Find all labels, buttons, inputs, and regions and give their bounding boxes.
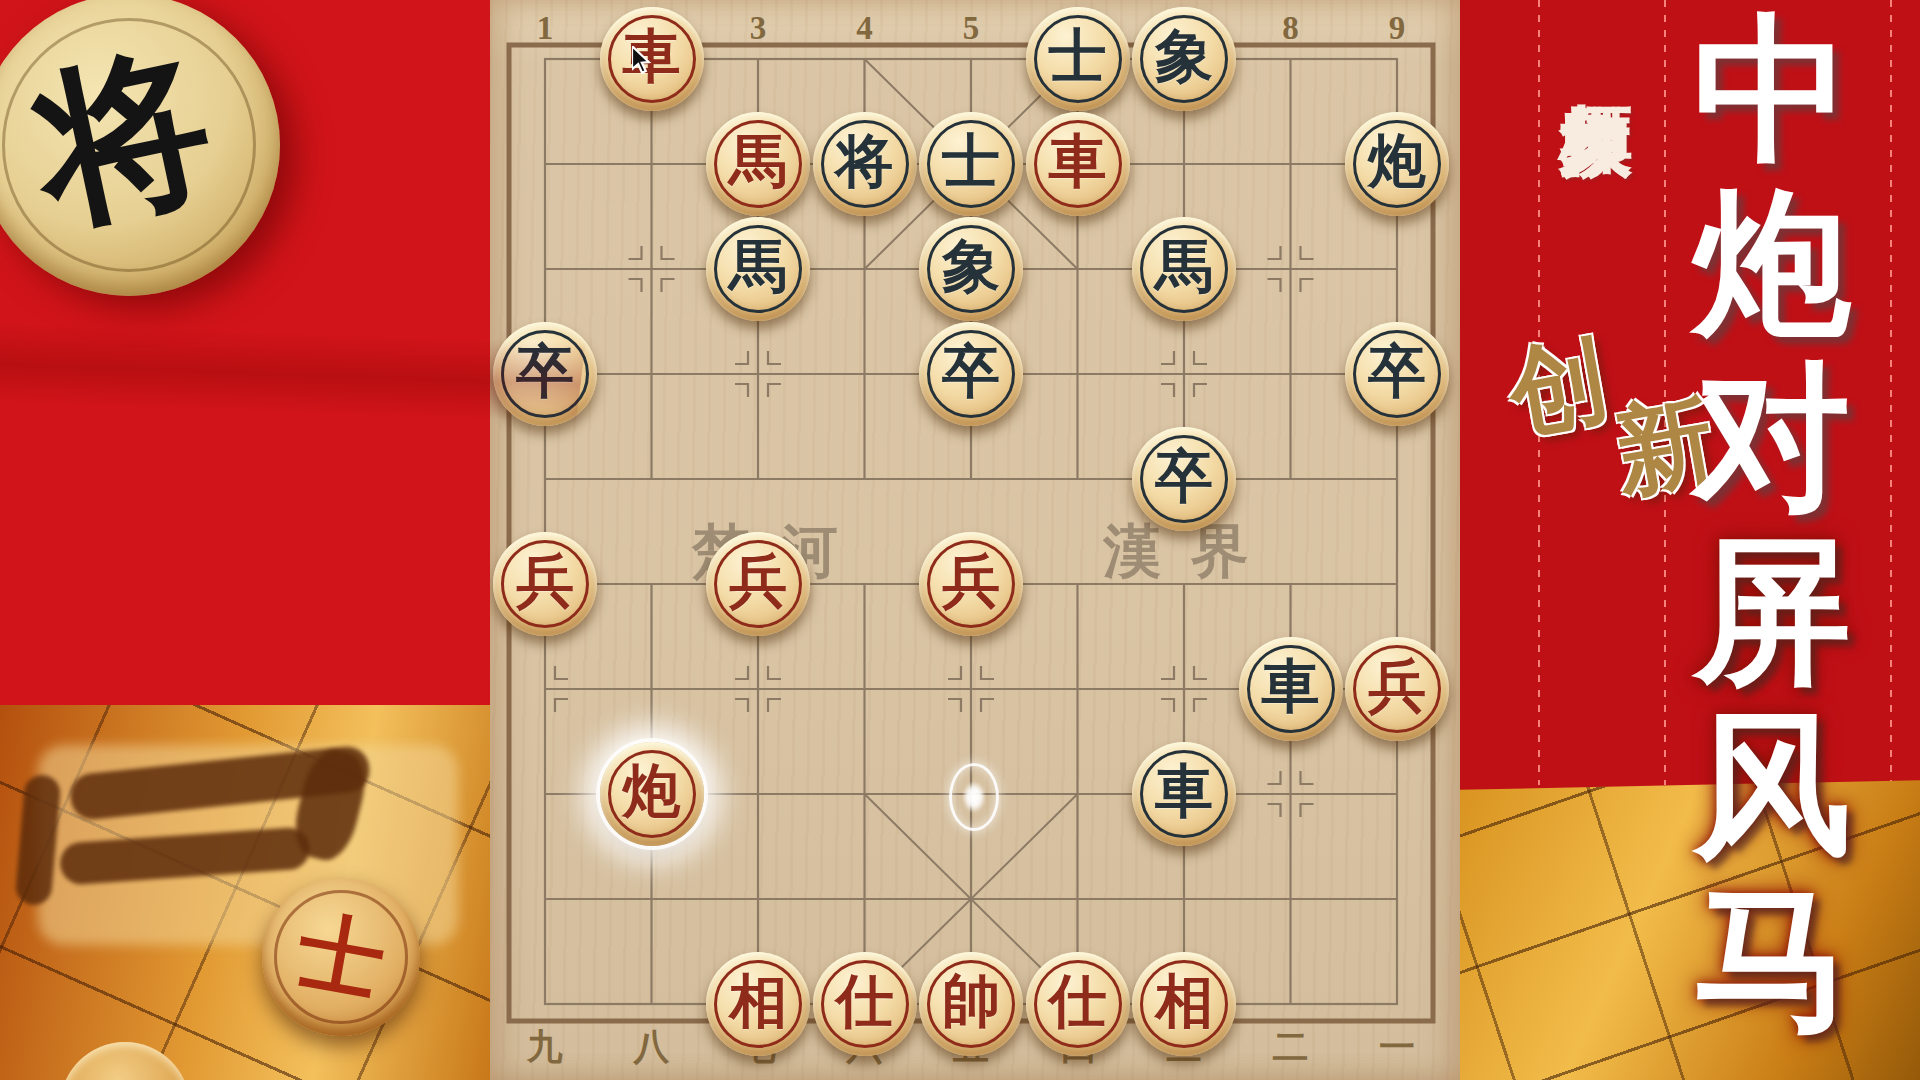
piece-red-pawn-f5r5[interactable]: 兵 bbox=[919, 532, 1023, 636]
piece-char: 仕 bbox=[836, 963, 894, 1041]
piece-char: 卒 bbox=[1155, 438, 1213, 516]
piece-char: 卒 bbox=[942, 333, 1000, 411]
piece-char: 馬 bbox=[729, 123, 787, 201]
piece-char: 帥 bbox=[942, 963, 1000, 1041]
piece-black-chariot-f8r6[interactable]: 車 bbox=[1239, 637, 1343, 741]
piece-black-cannon-f9r1[interactable]: 炮 bbox=[1345, 112, 1449, 216]
piece-char: 炮 bbox=[1368, 123, 1426, 201]
piece-black-pawn-f7r4[interactable]: 卒 bbox=[1132, 427, 1236, 531]
piece-char: 馬 bbox=[1155, 228, 1213, 306]
piece-char: 卒 bbox=[1368, 333, 1426, 411]
photo-general-piece: 将 bbox=[0, 0, 280, 296]
photo-carved-board: 士 bbox=[0, 705, 490, 1080]
mouse-cursor bbox=[632, 46, 658, 76]
piece-black-pawn-f5r3[interactable]: 卒 bbox=[919, 322, 1023, 426]
piece-red-cannon-f2r7[interactable]: 炮 bbox=[600, 742, 704, 846]
piece-char: 兵 bbox=[729, 543, 787, 621]
piece-black-chariot-f7r7[interactable]: 車 bbox=[1132, 742, 1236, 846]
left-banner-panel: 将 士 bbox=[0, 0, 490, 1080]
top-file-label-5: 5 bbox=[963, 10, 980, 47]
piece-red-general-f5r9[interactable]: 帥 bbox=[919, 952, 1023, 1056]
top-file-label-3: 3 bbox=[750, 10, 767, 47]
move-target-indicator[interactable] bbox=[949, 763, 999, 831]
bottom-file-label-8: 二 bbox=[1273, 1023, 1309, 1072]
top-file-label-8: 8 bbox=[1282, 10, 1299, 47]
piece-red-elephant-f7r9[interactable]: 相 bbox=[1132, 952, 1236, 1056]
main-title-vertical: 中炮对屏风马 bbox=[1622, 10, 1920, 1038]
piece-char: 車 bbox=[1155, 753, 1213, 831]
piece-char: 兵 bbox=[1368, 648, 1426, 726]
piece-red-chariot-f6r1[interactable]: 車 bbox=[1026, 112, 1130, 216]
piece-black-general-f4r1[interactable]: 将 bbox=[813, 112, 917, 216]
piece-char: 炮 bbox=[623, 753, 681, 831]
piece-char: 馬 bbox=[729, 228, 787, 306]
title-char-1: 中 bbox=[1693, 10, 1851, 168]
piece-red-advisor-f4r9[interactable]: 仕 bbox=[813, 952, 917, 1056]
piece-black-elephant-f7r0[interactable]: 象 bbox=[1132, 7, 1236, 111]
piece-char: 相 bbox=[729, 963, 787, 1041]
piece-char: 相 bbox=[1155, 963, 1213, 1041]
bottom-file-label-2: 八 bbox=[634, 1023, 670, 1072]
piece-black-elephant-f5r2[interactable]: 象 bbox=[919, 217, 1023, 321]
title-char-6: 马 bbox=[1693, 880, 1851, 1038]
piece-black-advisor-f6r0[interactable]: 士 bbox=[1026, 7, 1130, 111]
piece-char: 車 bbox=[1049, 123, 1107, 201]
photo-general-char: 将 bbox=[16, 9, 232, 272]
piece-black-advisor-f5r1[interactable]: 士 bbox=[919, 112, 1023, 216]
bottom-file-label-1: 九 bbox=[527, 1023, 563, 1072]
title-char-5: 风 bbox=[1693, 706, 1851, 864]
piece-black-horse-f7r2[interactable]: 馬 bbox=[1132, 217, 1236, 321]
photo-advisor-char: 士 bbox=[288, 892, 393, 1022]
piece-red-pawn-f9r6[interactable]: 兵 bbox=[1345, 637, 1449, 741]
piece-black-pawn-f9r3[interactable]: 卒 bbox=[1345, 322, 1449, 426]
photo-advisor-piece: 士 bbox=[262, 878, 420, 1036]
piece-black-horse-f3r2[interactable]: 馬 bbox=[706, 217, 810, 321]
piece-red-elephant-f3r9[interactable]: 相 bbox=[706, 952, 810, 1056]
app-window: 123456789九八七六五四三二一 楚河 漢界 車士象馬将士車炮馬象馬卒卒卒卒… bbox=[0, 0, 1920, 1080]
top-file-label-1: 1 bbox=[537, 10, 554, 47]
title-char-2: 炮 bbox=[1693, 184, 1851, 342]
piece-char: 車 bbox=[1262, 648, 1320, 726]
piece-char: 象 bbox=[942, 228, 1000, 306]
title-char-4: 屏 bbox=[1693, 532, 1851, 690]
piece-red-pawn-f3r5[interactable]: 兵 bbox=[706, 532, 810, 636]
piece-char: 士 bbox=[942, 123, 1000, 201]
bottom-file-label-9: 一 bbox=[1379, 1023, 1415, 1072]
piece-char: 仕 bbox=[1049, 963, 1107, 1041]
piece-red-advisor-f6r9[interactable]: 仕 bbox=[1026, 952, 1130, 1056]
piece-char: 兵 bbox=[942, 543, 1000, 621]
top-file-label-4: 4 bbox=[856, 10, 873, 47]
piece-char: 将 bbox=[836, 123, 894, 201]
piece-red-pawn-f1r5[interactable]: 兵 bbox=[493, 532, 597, 636]
piece-char: 士 bbox=[1049, 18, 1107, 96]
piece-red-horse-f3r1[interactable]: 馬 bbox=[706, 112, 810, 216]
title-char-3: 对 bbox=[1693, 358, 1851, 516]
piece-char: 兵 bbox=[516, 543, 574, 621]
piece-char: 象 bbox=[1155, 18, 1213, 96]
top-file-label-9: 9 bbox=[1389, 10, 1406, 47]
